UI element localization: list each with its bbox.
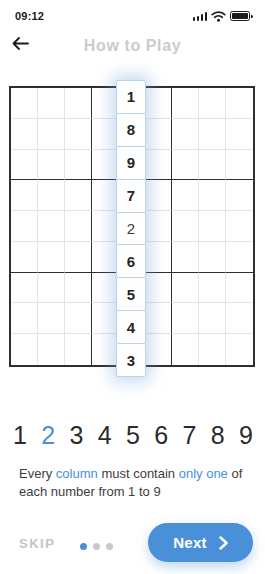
rule-keyword: only one <box>179 466 228 481</box>
board-cell <box>226 211 253 242</box>
board-cell <box>92 180 119 211</box>
board-cell <box>92 334 119 365</box>
highlighted-column: 189726543 <box>116 80 146 377</box>
board-cell <box>65 303 92 334</box>
board-cell <box>226 88 253 119</box>
board-cell <box>65 150 92 181</box>
board-cell <box>11 119 38 150</box>
column-cell: 9 <box>116 146 146 180</box>
board-cell <box>38 88 65 119</box>
board-cell <box>226 303 253 334</box>
board-cell <box>172 211 199 242</box>
board-cell <box>172 150 199 181</box>
digit-6: 6 <box>154 421 168 450</box>
board-cell <box>145 150 172 181</box>
board-cell <box>199 150 226 181</box>
board-cell <box>172 88 199 119</box>
board-cell <box>199 242 226 273</box>
rule-text: Every column must contain only one of ea… <box>19 465 253 501</box>
board-cell <box>92 211 119 242</box>
how-to-play-screen: 09:12 How to Play 189726543 123456789 Ev… <box>0 0 265 574</box>
digit-7: 7 <box>183 421 197 450</box>
rule-word: Every <box>19 466 56 481</box>
column-cell: 2 <box>116 212 146 246</box>
board-cell <box>11 150 38 181</box>
status-time: 09:12 <box>15 10 44 22</box>
board-cell <box>65 211 92 242</box>
board-cell <box>92 242 119 273</box>
board-cell <box>38 211 65 242</box>
board-cell <box>65 273 92 304</box>
digit-3: 3 <box>70 421 84 450</box>
board-cell <box>172 119 199 150</box>
board-cell <box>11 334 38 365</box>
board-cell <box>92 150 119 181</box>
board-cell <box>199 303 226 334</box>
board-cell <box>11 273 38 304</box>
board-cell <box>38 180 65 211</box>
board-cell <box>65 334 92 365</box>
board-cell <box>226 242 253 273</box>
column-cell: 6 <box>116 244 146 278</box>
board-cell <box>92 303 119 334</box>
column-cell: 5 <box>116 277 146 311</box>
board-cell <box>11 180 38 211</box>
sudoku-board: 189726543 <box>9 86 255 367</box>
page-title: How to Play <box>0 37 265 55</box>
board-cell <box>172 242 199 273</box>
board-cell <box>11 242 38 273</box>
column-cell: 4 <box>116 310 146 344</box>
board-cell <box>92 273 119 304</box>
board-cell <box>226 334 253 365</box>
digit-2: 2 <box>41 421 55 450</box>
digit-1: 1 <box>13 421 27 450</box>
board-cell <box>145 242 172 273</box>
board-cell <box>38 150 65 181</box>
digit-8: 8 <box>211 421 225 450</box>
board-cell <box>172 273 199 304</box>
board-cell <box>172 303 199 334</box>
page-dot-1 <box>80 543 87 550</box>
digit-4: 4 <box>98 421 112 450</box>
board-cell <box>38 303 65 334</box>
board-cell <box>145 88 172 119</box>
digit-9: 9 <box>239 421 253 450</box>
board-cell <box>199 119 226 150</box>
rule-word: must contain <box>98 466 179 481</box>
rule-keyword: column <box>56 466 98 481</box>
board-cell <box>199 180 226 211</box>
board-cell <box>38 242 65 273</box>
board-cell <box>145 273 172 304</box>
board-cell <box>226 150 253 181</box>
skip-button[interactable]: SKIP <box>19 536 55 551</box>
board-cell <box>226 180 253 211</box>
board-cell <box>145 119 172 150</box>
column-cell: 8 <box>116 113 146 147</box>
board-cell <box>226 119 253 150</box>
board-cell <box>145 211 172 242</box>
next-button[interactable]: Next <box>148 523 253 562</box>
board-cell <box>199 211 226 242</box>
next-button-label: Next <box>173 534 207 551</box>
board-cell <box>38 119 65 150</box>
page-dot-3 <box>106 543 113 550</box>
board-cell <box>199 88 226 119</box>
board-cell <box>65 242 92 273</box>
board-cell <box>11 303 38 334</box>
board-cell <box>226 273 253 304</box>
battery-icon <box>230 11 250 21</box>
board-cell <box>38 273 65 304</box>
wifi-icon <box>211 11 226 22</box>
board-cell <box>145 334 172 365</box>
column-cell: 1 <box>116 80 146 114</box>
board-cell <box>172 334 199 365</box>
pagination-dots <box>80 543 113 550</box>
digit-5: 5 <box>126 421 140 450</box>
board-cell <box>199 334 226 365</box>
board-cell <box>145 303 172 334</box>
board-cell <box>65 119 92 150</box>
board-cell <box>11 88 38 119</box>
column-cell: 7 <box>116 179 146 213</box>
digit-row: 123456789 <box>13 421 253 450</box>
column-cell: 3 <box>116 343 146 377</box>
header: How to Play <box>0 34 265 60</box>
board-cell <box>38 334 65 365</box>
board-cell <box>11 211 38 242</box>
board-cell <box>172 180 199 211</box>
status-icons <box>193 11 251 22</box>
status-bar: 09:12 <box>0 0 265 26</box>
chevron-right-icon <box>219 536 228 550</box>
cellular-signal-icon <box>193 12 208 21</box>
board-cell <box>92 88 119 119</box>
board-cell <box>65 88 92 119</box>
board-cell <box>65 180 92 211</box>
page-dot-2 <box>93 543 100 550</box>
board-cell <box>92 119 119 150</box>
board-cell <box>199 273 226 304</box>
board-cell <box>145 180 172 211</box>
